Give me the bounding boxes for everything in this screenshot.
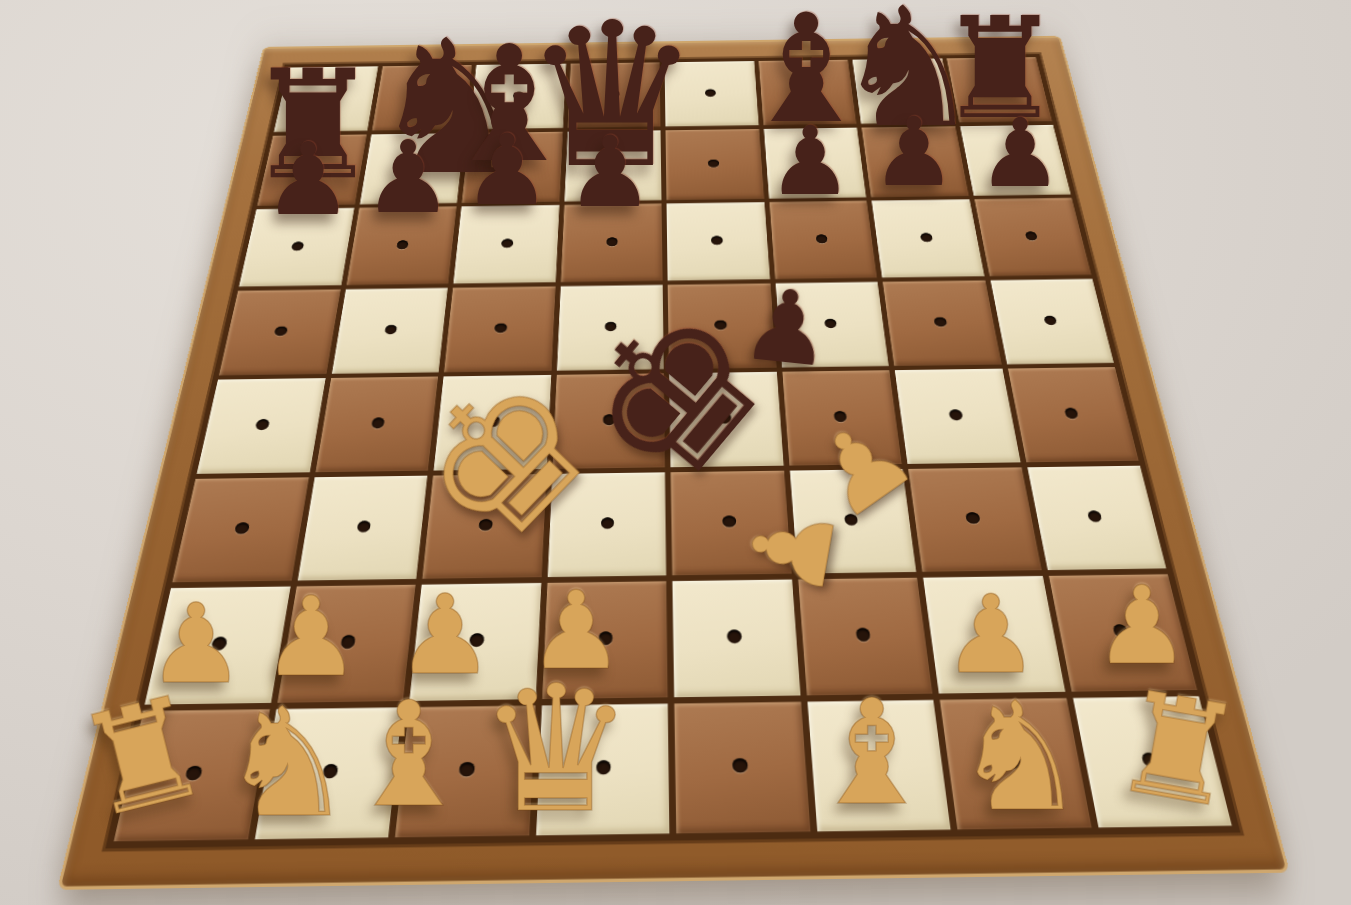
piece-black-pawn-c7[interactable]: ♟ (463, 121, 551, 219)
square-b5[interactable] (332, 288, 448, 374)
piece-white-knight-b1[interactable]: ♞ (220, 688, 354, 838)
piece-white-pawn-e3-fallen[interactable]: ♟ (733, 494, 853, 605)
square-g6[interactable] (872, 199, 984, 277)
square-g5[interactable] (883, 280, 1002, 366)
square-h4[interactable] (1008, 367, 1139, 462)
square-a4[interactable] (197, 378, 325, 473)
piece-white-bishop-f1[interactable]: ♝ (807, 680, 937, 825)
chessboard-photo-scene: ♜♞♝♛♝♞♜♟♟♟♟♟♟♟♚♟♚♟♟♟♟♟♟♟♟♜♞♝♛♝♞♜ (0, 0, 1351, 905)
piece-white-queen-d1[interactable]: ♛ (477, 662, 634, 837)
piece-white-rook-h1[interactable]: ♜ (1104, 670, 1252, 830)
square-a5[interactable] (219, 289, 340, 375)
square-g4[interactable] (895, 369, 1020, 464)
piece-black-pawn-g7[interactable]: ♟ (871, 105, 956, 200)
piece-black-pawn-h7[interactable]: ♟ (977, 106, 1062, 201)
piece-black-pawn-b7[interactable]: ♟ (363, 128, 453, 228)
square-h3[interactable] (1027, 465, 1166, 570)
square-b3[interactable] (297, 475, 427, 580)
piece-black-pawn-d7[interactable]: ♟ (566, 123, 654, 221)
piece-white-knight-g1[interactable]: ♞ (953, 682, 1087, 832)
square-a3[interactable] (172, 477, 308, 583)
square-e1[interactable] (674, 701, 810, 833)
square-h6[interactable] (974, 198, 1091, 276)
piece-black-pawn-f5-fallen[interactable]: ♟ (737, 274, 837, 383)
piece-white-bishop-c1[interactable]: ♝ (344, 682, 474, 827)
piece-black-pawn-a7[interactable]: ♟ (263, 130, 353, 230)
square-e2[interactable] (672, 579, 800, 697)
piece-black-pawn-f7[interactable]: ♟ (767, 114, 852, 209)
square-h5[interactable] (990, 279, 1114, 365)
